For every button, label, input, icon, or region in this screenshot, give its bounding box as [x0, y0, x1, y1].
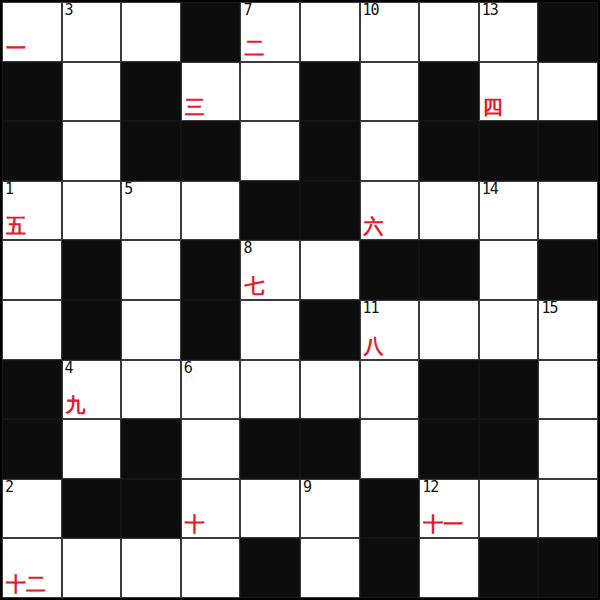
- black-cell-r4c3: [181, 240, 241, 300]
- cell-r7c1[interactable]: [62, 419, 122, 479]
- clue-number-5: 5: [124, 181, 132, 198]
- clue-number-6: 6: [184, 360, 192, 377]
- black-cell-r4c6: [360, 240, 420, 300]
- black-cell-r1c7: [419, 62, 479, 122]
- red-clue-marker-三: 三: [185, 96, 205, 118]
- black-cell-r9c6: [360, 538, 420, 598]
- cell-r9c7[interactable]: [419, 538, 479, 598]
- black-cell-r1c2: [121, 62, 181, 122]
- cell-r4c8[interactable]: [479, 240, 539, 300]
- black-cell-r7c0: [2, 419, 62, 479]
- cell-r3c1[interactable]: [62, 181, 122, 241]
- clue-number-14: 14: [482, 181, 498, 198]
- black-cell-r8c6: [360, 479, 420, 539]
- cell-r9c5[interactable]: [300, 538, 360, 598]
- cell-r9c3[interactable]: [181, 538, 241, 598]
- black-cell-r2c8: [479, 121, 539, 181]
- black-cell-r7c5: [300, 419, 360, 479]
- cell-r0c5[interactable]: [300, 2, 360, 62]
- black-cell-r7c8: [479, 419, 539, 479]
- cell-r4c4[interactable]: 8七: [240, 240, 300, 300]
- cell-r7c6[interactable]: [360, 419, 420, 479]
- crossword-puzzle: 一37二1013三四1五5六148七11八154九62十912十一十二: [0, 0, 600, 600]
- cell-r6c1[interactable]: 4九: [62, 360, 122, 420]
- black-cell-r5c1: [62, 300, 122, 360]
- black-cell-r5c3: [181, 300, 241, 360]
- cell-r3c9[interactable]: [538, 181, 598, 241]
- black-cell-r0c3: [181, 2, 241, 62]
- clue-number-4: 4: [65, 360, 73, 377]
- cell-r1c9[interactable]: [538, 62, 598, 122]
- clue-number-11: 11: [363, 300, 379, 317]
- cell-r8c7[interactable]: 12十一: [419, 479, 479, 539]
- cell-r2c4[interactable]: [240, 121, 300, 181]
- clue-number-12: 12: [422, 479, 438, 496]
- clue-number-13: 13: [482, 2, 498, 19]
- cell-r0c6[interactable]: 10: [360, 2, 420, 62]
- clue-number-1: 1: [5, 181, 13, 198]
- red-clue-marker-一: 一: [6, 37, 26, 59]
- cell-r0c0[interactable]: 一: [2, 2, 62, 62]
- black-cell-r4c7: [419, 240, 479, 300]
- cell-r8c8[interactable]: [479, 479, 539, 539]
- cell-r0c1[interactable]: 3: [62, 2, 122, 62]
- cell-r8c0[interactable]: 2: [2, 479, 62, 539]
- cell-r6c5[interactable]: [300, 360, 360, 420]
- black-cell-r7c7: [419, 419, 479, 479]
- cell-r8c9[interactable]: [538, 479, 598, 539]
- cell-r0c4[interactable]: 7二: [240, 2, 300, 62]
- cell-r5c4[interactable]: [240, 300, 300, 360]
- red-clue-marker-七: 七: [244, 275, 264, 297]
- cell-r3c2[interactable]: 5: [121, 181, 181, 241]
- cell-r3c3[interactable]: [181, 181, 241, 241]
- black-cell-r3c4: [240, 181, 300, 241]
- cell-r1c8[interactable]: 四: [479, 62, 539, 122]
- clue-number-10: 10: [363, 2, 379, 19]
- black-cell-r9c4: [240, 538, 300, 598]
- cell-r5c8[interactable]: [479, 300, 539, 360]
- clue-number-7: 7: [243, 2, 251, 19]
- cell-r2c6[interactable]: [360, 121, 420, 181]
- red-clue-marker-十二: 十二: [6, 573, 46, 595]
- cell-r4c2[interactable]: [121, 240, 181, 300]
- cell-r5c7[interactable]: [419, 300, 479, 360]
- black-cell-r2c2: [121, 121, 181, 181]
- black-cell-r1c0: [2, 62, 62, 122]
- black-cell-r6c8: [479, 360, 539, 420]
- black-cell-r2c5: [300, 121, 360, 181]
- cell-r4c5[interactable]: [300, 240, 360, 300]
- clue-number-2: 2: [5, 479, 13, 496]
- cell-r0c7[interactable]: [419, 2, 479, 62]
- clue-number-15: 15: [541, 300, 557, 317]
- cell-r3c6[interactable]: 六: [360, 181, 420, 241]
- cell-r5c2[interactable]: [121, 300, 181, 360]
- cell-r0c8[interactable]: 13: [479, 2, 539, 62]
- cell-r1c4[interactable]: [240, 62, 300, 122]
- cell-r6c6[interactable]: [360, 360, 420, 420]
- black-cell-r9c9: [538, 538, 598, 598]
- cell-r9c2[interactable]: [121, 538, 181, 598]
- clue-number-8: 8: [243, 240, 251, 257]
- cell-r9c1[interactable]: [62, 538, 122, 598]
- cell-r5c0[interactable]: [2, 300, 62, 360]
- cell-r1c6[interactable]: [360, 62, 420, 122]
- black-cell-r0c9: [538, 2, 598, 62]
- cell-r3c8[interactable]: 14: [479, 181, 539, 241]
- cell-r8c5[interactable]: 9: [300, 479, 360, 539]
- black-cell-r2c3: [181, 121, 241, 181]
- black-cell-r4c1: [62, 240, 122, 300]
- cell-r6c4[interactable]: [240, 360, 300, 420]
- cell-r2c1[interactable]: [62, 121, 122, 181]
- black-cell-r7c2: [121, 419, 181, 479]
- cell-r7c9[interactable]: [538, 419, 598, 479]
- black-cell-r1c5: [300, 62, 360, 122]
- crossword-board: 一37二1013三四1五5六148七11八154九62十912十一十二: [0, 0, 600, 600]
- cell-r9c0[interactable]: 十二: [2, 538, 62, 598]
- cell-r8c3[interactable]: 十: [181, 479, 241, 539]
- cell-r6c3[interactable]: 6: [181, 360, 241, 420]
- red-clue-marker-二: 二: [244, 37, 264, 59]
- cell-r8c4[interactable]: [240, 479, 300, 539]
- cell-r3c0[interactable]: 1五: [2, 181, 62, 241]
- cell-r6c2[interactable]: [121, 360, 181, 420]
- black-cell-r9c8: [479, 538, 539, 598]
- red-clue-marker-十一: 十一: [423, 513, 463, 535]
- black-cell-r2c0: [2, 121, 62, 181]
- black-cell-r6c0: [2, 360, 62, 420]
- red-clue-marker-十: 十: [185, 513, 205, 535]
- black-cell-r7c4: [240, 419, 300, 479]
- black-cell-r6c7: [419, 360, 479, 420]
- cell-r0c2[interactable]: [121, 2, 181, 62]
- clue-number-9: 9: [303, 479, 311, 496]
- black-cell-r5c5: [300, 300, 360, 360]
- black-cell-r2c7: [419, 121, 479, 181]
- cell-r7c3[interactable]: [181, 419, 241, 479]
- black-cell-r3c5: [300, 181, 360, 241]
- black-cell-r8c1: [62, 479, 122, 539]
- red-clue-marker-五: 五: [6, 215, 26, 237]
- cell-r3c7[interactable]: [419, 181, 479, 241]
- cell-r1c3[interactable]: 三: [181, 62, 241, 122]
- red-clue-marker-八: 八: [364, 335, 384, 357]
- red-clue-marker-四: 四: [483, 96, 503, 118]
- black-cell-r4c9: [538, 240, 598, 300]
- cell-r5c9[interactable]: 15: [538, 300, 598, 360]
- cell-r5c6[interactable]: 11八: [360, 300, 420, 360]
- cell-r1c1[interactable]: [62, 62, 122, 122]
- black-cell-r2c9: [538, 121, 598, 181]
- cell-r4c0[interactable]: [2, 240, 62, 300]
- red-clue-marker-九: 九: [66, 394, 86, 416]
- red-clue-marker-六: 六: [364, 215, 384, 237]
- clue-number-3: 3: [65, 2, 73, 19]
- black-cell-r8c2: [121, 479, 181, 539]
- cell-r6c9[interactable]: [538, 360, 598, 420]
